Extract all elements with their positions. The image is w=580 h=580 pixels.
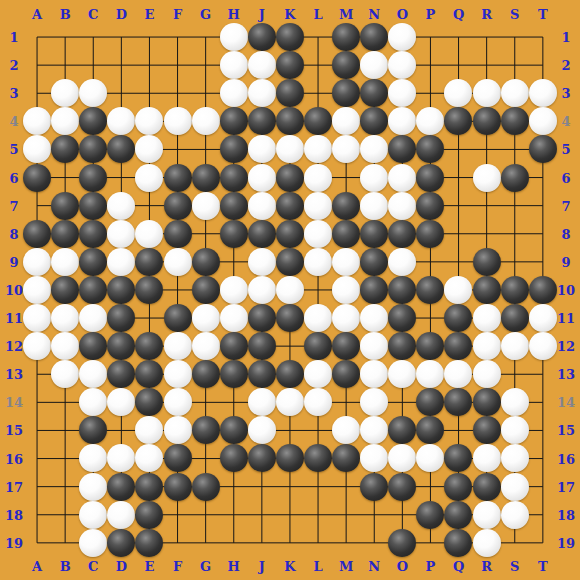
intersection-O11[interactable]: ● <box>388 304 416 332</box>
intersection-G5[interactable] <box>192 135 220 163</box>
intersection-D6[interactable] <box>107 163 135 191</box>
intersection-Q9[interactable] <box>444 248 472 276</box>
intersection-P2[interactable] <box>416 51 444 79</box>
intersection-A3[interactable] <box>23 79 51 107</box>
intersection-L19[interactable] <box>304 529 332 557</box>
intersection-H11[interactable]: ○ <box>220 304 248 332</box>
intersection-A19[interactable] <box>23 529 51 557</box>
intersection-G12[interactable]: ○ <box>192 332 220 360</box>
intersection-Q14[interactable]: ● <box>444 388 472 416</box>
intersection-K13[interactable]: ● <box>276 360 304 388</box>
intersection-T4[interactable]: ○ <box>529 107 557 135</box>
intersection-D1[interactable] <box>107 23 135 51</box>
intersection-F5[interactable] <box>163 135 191 163</box>
intersection-F6[interactable]: ● <box>163 163 191 191</box>
intersection-A10[interactable]: ○ <box>23 276 51 304</box>
intersection-C9[interactable]: ● <box>79 248 107 276</box>
intersection-P9[interactable] <box>416 248 444 276</box>
intersection-T15[interactable] <box>529 416 557 444</box>
intersection-Q16[interactable]: ● <box>444 444 472 472</box>
intersection-J4[interactable]: ● <box>248 107 276 135</box>
intersection-P13[interactable]: ○ <box>416 360 444 388</box>
intersection-L16[interactable]: ● <box>304 444 332 472</box>
intersection-E9[interactable]: ● <box>135 248 163 276</box>
intersection-P6[interactable]: ● <box>416 163 444 191</box>
intersection-G16[interactable] <box>192 444 220 472</box>
intersection-H14[interactable] <box>220 388 248 416</box>
intersection-A14[interactable] <box>23 388 51 416</box>
intersection-E3[interactable] <box>135 79 163 107</box>
intersection-A13[interactable] <box>23 360 51 388</box>
intersection-O13[interactable]: ○ <box>388 360 416 388</box>
intersection-M11[interactable]: ○ <box>332 304 360 332</box>
intersection-D14[interactable]: ○ <box>107 388 135 416</box>
intersection-J17[interactable] <box>248 473 276 501</box>
intersection-F15[interactable]: ○ <box>163 416 191 444</box>
intersection-N3[interactable]: ● <box>360 79 388 107</box>
intersection-J6[interactable]: ○ <box>248 163 276 191</box>
intersection-N14[interactable]: ○ <box>360 388 388 416</box>
intersection-N15[interactable]: ○ <box>360 416 388 444</box>
intersection-S13[interactable] <box>501 360 529 388</box>
intersection-K9[interactable]: ● <box>276 248 304 276</box>
intersection-D4[interactable]: ○ <box>107 107 135 135</box>
intersection-H12[interactable]: ● <box>220 332 248 360</box>
intersection-K14[interactable]: ○ <box>276 388 304 416</box>
intersection-S6[interactable]: ● <box>501 163 529 191</box>
intersection-B10[interactable]: ● <box>51 276 79 304</box>
intersection-H6[interactable]: ● <box>220 163 248 191</box>
intersection-J2[interactable]: ○ <box>248 51 276 79</box>
intersection-C7[interactable]: ● <box>79 192 107 220</box>
intersection-Q8[interactable] <box>444 220 472 248</box>
intersection-A1[interactable] <box>23 23 51 51</box>
intersection-A17[interactable] <box>23 473 51 501</box>
intersection-E10[interactable]: ● <box>135 276 163 304</box>
intersection-B15[interactable] <box>51 416 79 444</box>
intersection-B17[interactable] <box>51 473 79 501</box>
intersection-O18[interactable] <box>388 501 416 529</box>
intersection-R16[interactable]: ○ <box>473 444 501 472</box>
intersection-P11[interactable] <box>416 304 444 332</box>
intersection-G6[interactable]: ● <box>192 163 220 191</box>
intersection-L18[interactable] <box>304 501 332 529</box>
intersection-P16[interactable]: ○ <box>416 444 444 472</box>
intersection-F13[interactable]: ○ <box>163 360 191 388</box>
intersection-L14[interactable]: ○ <box>304 388 332 416</box>
intersection-K18[interactable] <box>276 501 304 529</box>
intersection-M13[interactable]: ● <box>332 360 360 388</box>
intersection-H16[interactable]: ● <box>220 444 248 472</box>
intersection-G8[interactable] <box>192 220 220 248</box>
intersection-Q5[interactable] <box>444 135 472 163</box>
intersection-R2[interactable] <box>473 51 501 79</box>
intersection-E4[interactable]: ○ <box>135 107 163 135</box>
intersection-K4[interactable]: ● <box>276 107 304 135</box>
intersection-D18[interactable]: ○ <box>107 501 135 529</box>
intersection-T14[interactable] <box>529 388 557 416</box>
intersection-D5[interactable]: ● <box>107 135 135 163</box>
intersection-B19[interactable] <box>51 529 79 557</box>
intersection-R13[interactable]: ○ <box>473 360 501 388</box>
intersection-R12[interactable]: ○ <box>473 332 501 360</box>
intersection-A4[interactable]: ○ <box>23 107 51 135</box>
intersection-B8[interactable]: ● <box>51 220 79 248</box>
intersection-O12[interactable]: ● <box>388 332 416 360</box>
intersection-L1[interactable] <box>304 23 332 51</box>
intersection-R14[interactable]: ● <box>473 388 501 416</box>
intersection-S19[interactable] <box>501 529 529 557</box>
intersection-E15[interactable]: ○ <box>135 416 163 444</box>
intersection-C15[interactable]: ● <box>79 416 107 444</box>
intersection-M16[interactable]: ● <box>332 444 360 472</box>
intersection-N13[interactable]: ○ <box>360 360 388 388</box>
intersection-R10[interactable]: ● <box>473 276 501 304</box>
intersection-K7[interactable]: ● <box>276 192 304 220</box>
intersection-D17[interactable]: ● <box>107 473 135 501</box>
intersection-T16[interactable] <box>529 444 557 472</box>
intersection-P3[interactable] <box>416 79 444 107</box>
intersection-E7[interactable] <box>135 192 163 220</box>
intersection-H1[interactable]: ○ <box>220 23 248 51</box>
intersection-H18[interactable] <box>220 501 248 529</box>
intersection-R18[interactable]: ○ <box>473 501 501 529</box>
intersection-K19[interactable] <box>276 529 304 557</box>
intersection-L12[interactable]: ● <box>304 332 332 360</box>
intersection-M12[interactable]: ● <box>332 332 360 360</box>
intersection-S2[interactable] <box>501 51 529 79</box>
intersection-O5[interactable]: ● <box>388 135 416 163</box>
intersection-L13[interactable]: ○ <box>304 360 332 388</box>
intersection-S17[interactable]: ○ <box>501 473 529 501</box>
intersection-E1[interactable] <box>135 23 163 51</box>
intersection-J15[interactable]: ○ <box>248 416 276 444</box>
intersection-C11[interactable]: ○ <box>79 304 107 332</box>
intersection-D9[interactable]: ○ <box>107 248 135 276</box>
intersection-T19[interactable] <box>529 529 557 557</box>
intersection-D19[interactable]: ● <box>107 529 135 557</box>
intersection-M19[interactable] <box>332 529 360 557</box>
intersection-D8[interactable]: ○ <box>107 220 135 248</box>
intersection-N19[interactable] <box>360 529 388 557</box>
intersection-N12[interactable]: ○ <box>360 332 388 360</box>
intersection-P8[interactable]: ● <box>416 220 444 248</box>
intersection-E8[interactable]: ○ <box>135 220 163 248</box>
intersection-N6[interactable]: ○ <box>360 163 388 191</box>
intersection-G14[interactable] <box>192 388 220 416</box>
intersection-P12[interactable]: ● <box>416 332 444 360</box>
intersection-T3[interactable]: ○ <box>529 79 557 107</box>
intersection-P17[interactable] <box>416 473 444 501</box>
intersection-E18[interactable]: ● <box>135 501 163 529</box>
intersection-D3[interactable] <box>107 79 135 107</box>
intersection-O1[interactable]: ○ <box>388 23 416 51</box>
intersection-D10[interactable]: ● <box>107 276 135 304</box>
intersection-E2[interactable] <box>135 51 163 79</box>
intersection-G10[interactable]: ● <box>192 276 220 304</box>
intersection-T17[interactable] <box>529 473 557 501</box>
intersection-K11[interactable]: ● <box>276 304 304 332</box>
intersection-S18[interactable]: ○ <box>501 501 529 529</box>
intersection-J14[interactable]: ○ <box>248 388 276 416</box>
intersection-Q4[interactable]: ● <box>444 107 472 135</box>
intersection-S4[interactable]: ● <box>501 107 529 135</box>
intersection-D2[interactable] <box>107 51 135 79</box>
intersection-K12[interactable] <box>276 332 304 360</box>
intersection-H19[interactable] <box>220 529 248 557</box>
intersection-G19[interactable] <box>192 529 220 557</box>
intersection-B16[interactable] <box>51 444 79 472</box>
intersection-F19[interactable] <box>163 529 191 557</box>
intersection-B1[interactable] <box>51 23 79 51</box>
intersection-E19[interactable]: ● <box>135 529 163 557</box>
intersection-D11[interactable]: ● <box>107 304 135 332</box>
intersection-E11[interactable] <box>135 304 163 332</box>
intersection-H10[interactable]: ○ <box>220 276 248 304</box>
intersection-H9[interactable] <box>220 248 248 276</box>
intersection-P1[interactable] <box>416 23 444 51</box>
intersection-J7[interactable]: ○ <box>248 192 276 220</box>
intersection-F14[interactable]: ○ <box>163 388 191 416</box>
intersection-E13[interactable]: ● <box>135 360 163 388</box>
intersection-M9[interactable]: ○ <box>332 248 360 276</box>
intersection-B6[interactable] <box>51 163 79 191</box>
intersection-N1[interactable]: ● <box>360 23 388 51</box>
intersection-J16[interactable]: ● <box>248 444 276 472</box>
intersection-R5[interactable] <box>473 135 501 163</box>
intersection-A16[interactable] <box>23 444 51 472</box>
intersection-Q6[interactable] <box>444 163 472 191</box>
intersection-M10[interactable]: ○ <box>332 276 360 304</box>
intersection-O6[interactable]: ○ <box>388 163 416 191</box>
intersection-T13[interactable] <box>529 360 557 388</box>
intersection-T10[interactable]: ● <box>529 276 557 304</box>
intersection-T5[interactable]: ● <box>529 135 557 163</box>
intersection-Q1[interactable] <box>444 23 472 51</box>
intersection-T7[interactable] <box>529 192 557 220</box>
intersection-J18[interactable] <box>248 501 276 529</box>
intersection-O14[interactable] <box>388 388 416 416</box>
intersection-Q15[interactable] <box>444 416 472 444</box>
intersection-A12[interactable]: ○ <box>23 332 51 360</box>
intersection-O2[interactable]: ○ <box>388 51 416 79</box>
intersection-O9[interactable]: ○ <box>388 248 416 276</box>
intersection-S12[interactable]: ○ <box>501 332 529 360</box>
intersection-B11[interactable]: ○ <box>51 304 79 332</box>
intersection-F16[interactable]: ● <box>163 444 191 472</box>
intersection-S14[interactable]: ○ <box>501 388 529 416</box>
intersection-S1[interactable] <box>501 23 529 51</box>
intersection-R9[interactable]: ● <box>473 248 501 276</box>
intersection-K17[interactable] <box>276 473 304 501</box>
intersection-M2[interactable]: ● <box>332 51 360 79</box>
intersection-K1[interactable]: ● <box>276 23 304 51</box>
intersection-M18[interactable] <box>332 501 360 529</box>
intersection-F11[interactable]: ● <box>163 304 191 332</box>
intersection-H13[interactable]: ● <box>220 360 248 388</box>
intersection-T1[interactable] <box>529 23 557 51</box>
intersection-O15[interactable]: ● <box>388 416 416 444</box>
intersection-M6[interactable] <box>332 163 360 191</box>
intersection-G17[interactable]: ● <box>192 473 220 501</box>
intersection-C5[interactable]: ● <box>79 135 107 163</box>
intersection-O8[interactable]: ● <box>388 220 416 248</box>
intersection-H17[interactable] <box>220 473 248 501</box>
intersection-L3[interactable] <box>304 79 332 107</box>
intersection-G18[interactable] <box>192 501 220 529</box>
intersection-J1[interactable]: ● <box>248 23 276 51</box>
intersection-A2[interactable] <box>23 51 51 79</box>
intersection-J19[interactable] <box>248 529 276 557</box>
intersection-E16[interactable]: ○ <box>135 444 163 472</box>
intersection-C14[interactable]: ○ <box>79 388 107 416</box>
intersection-N17[interactable]: ● <box>360 473 388 501</box>
intersection-N16[interactable]: ○ <box>360 444 388 472</box>
intersection-L2[interactable] <box>304 51 332 79</box>
intersection-Q2[interactable] <box>444 51 472 79</box>
intersection-C16[interactable]: ○ <box>79 444 107 472</box>
intersection-G2[interactable] <box>192 51 220 79</box>
intersection-M5[interactable]: ○ <box>332 135 360 163</box>
intersection-N18[interactable] <box>360 501 388 529</box>
intersection-S10[interactable]: ● <box>501 276 529 304</box>
intersection-N5[interactable]: ○ <box>360 135 388 163</box>
intersection-K15[interactable] <box>276 416 304 444</box>
intersection-F12[interactable]: ○ <box>163 332 191 360</box>
intersection-B9[interactable]: ○ <box>51 248 79 276</box>
intersection-S16[interactable]: ○ <box>501 444 529 472</box>
intersection-O4[interactable]: ○ <box>388 107 416 135</box>
intersection-E5[interactable]: ○ <box>135 135 163 163</box>
intersection-F8[interactable]: ● <box>163 220 191 248</box>
intersection-L11[interactable]: ○ <box>304 304 332 332</box>
intersection-E6[interactable]: ○ <box>135 163 163 191</box>
intersection-H2[interactable]: ○ <box>220 51 248 79</box>
intersection-G3[interactable] <box>192 79 220 107</box>
intersection-G11[interactable]: ○ <box>192 304 220 332</box>
intersection-J3[interactable]: ○ <box>248 79 276 107</box>
intersection-C8[interactable]: ● <box>79 220 107 248</box>
intersection-Q11[interactable]: ● <box>444 304 472 332</box>
intersection-R3[interactable]: ○ <box>473 79 501 107</box>
intersection-L8[interactable]: ○ <box>304 220 332 248</box>
intersection-B5[interactable]: ● <box>51 135 79 163</box>
intersection-K10[interactable]: ○ <box>276 276 304 304</box>
intersection-R4[interactable]: ● <box>473 107 501 135</box>
intersection-J13[interactable]: ● <box>248 360 276 388</box>
intersection-A5[interactable]: ○ <box>23 135 51 163</box>
intersection-L17[interactable] <box>304 473 332 501</box>
intersection-T6[interactable] <box>529 163 557 191</box>
intersection-N11[interactable]: ○ <box>360 304 388 332</box>
intersection-D13[interactable]: ● <box>107 360 135 388</box>
intersection-H15[interactable]: ● <box>220 416 248 444</box>
intersection-H8[interactable]: ● <box>220 220 248 248</box>
intersection-C13[interactable]: ○ <box>79 360 107 388</box>
intersection-G4[interactable]: ○ <box>192 107 220 135</box>
intersection-N7[interactable]: ○ <box>360 192 388 220</box>
intersection-D7[interactable]: ○ <box>107 192 135 220</box>
intersection-N8[interactable]: ● <box>360 220 388 248</box>
intersection-Q19[interactable]: ● <box>444 529 472 557</box>
intersection-B4[interactable]: ○ <box>51 107 79 135</box>
intersection-L10[interactable] <box>304 276 332 304</box>
intersection-H7[interactable]: ● <box>220 192 248 220</box>
intersection-L4[interactable]: ● <box>304 107 332 135</box>
intersection-Q13[interactable]: ○ <box>444 360 472 388</box>
intersection-A11[interactable]: ○ <box>23 304 51 332</box>
intersection-C18[interactable]: ○ <box>79 501 107 529</box>
intersection-A8[interactable]: ● <box>23 220 51 248</box>
intersection-T2[interactable] <box>529 51 557 79</box>
intersection-L9[interactable]: ○ <box>304 248 332 276</box>
intersection-N9[interactable]: ● <box>360 248 388 276</box>
intersection-D12[interactable]: ● <box>107 332 135 360</box>
intersection-H3[interactable]: ○ <box>220 79 248 107</box>
intersection-S11[interactable]: ● <box>501 304 529 332</box>
intersection-Q12[interactable]: ● <box>444 332 472 360</box>
intersection-B13[interactable]: ○ <box>51 360 79 388</box>
intersection-K8[interactable]: ● <box>276 220 304 248</box>
intersection-S9[interactable] <box>501 248 529 276</box>
intersection-O3[interactable]: ○ <box>388 79 416 107</box>
intersection-K2[interactable]: ● <box>276 51 304 79</box>
intersection-S3[interactable]: ○ <box>501 79 529 107</box>
intersection-J11[interactable]: ● <box>248 304 276 332</box>
intersection-C4[interactable]: ● <box>79 107 107 135</box>
intersection-Q10[interactable]: ○ <box>444 276 472 304</box>
intersection-E14[interactable]: ● <box>135 388 163 416</box>
intersection-P4[interactable]: ○ <box>416 107 444 135</box>
intersection-M1[interactable]: ● <box>332 23 360 51</box>
intersection-F10[interactable] <box>163 276 191 304</box>
intersection-C10[interactable]: ● <box>79 276 107 304</box>
intersection-B12[interactable]: ○ <box>51 332 79 360</box>
intersection-T12[interactable]: ○ <box>529 332 557 360</box>
intersection-F9[interactable]: ○ <box>163 248 191 276</box>
intersection-R1[interactable] <box>473 23 501 51</box>
intersection-M14[interactable] <box>332 388 360 416</box>
intersection-M3[interactable]: ● <box>332 79 360 107</box>
intersection-L7[interactable]: ○ <box>304 192 332 220</box>
intersection-R11[interactable]: ○ <box>473 304 501 332</box>
intersection-O10[interactable]: ● <box>388 276 416 304</box>
intersection-K16[interactable]: ● <box>276 444 304 472</box>
intersection-N2[interactable]: ○ <box>360 51 388 79</box>
intersection-L5[interactable]: ○ <box>304 135 332 163</box>
intersection-A18[interactable] <box>23 501 51 529</box>
intersection-F3[interactable] <box>163 79 191 107</box>
intersection-P7[interactable]: ● <box>416 192 444 220</box>
intersection-R19[interactable]: ○ <box>473 529 501 557</box>
intersection-T8[interactable] <box>529 220 557 248</box>
intersection-Q17[interactable]: ● <box>444 473 472 501</box>
intersection-N4[interactable]: ● <box>360 107 388 135</box>
intersection-K6[interactable]: ● <box>276 163 304 191</box>
intersection-D15[interactable] <box>107 416 135 444</box>
intersection-P18[interactable]: ● <box>416 501 444 529</box>
intersection-A7[interactable] <box>23 192 51 220</box>
intersection-O17[interactable]: ● <box>388 473 416 501</box>
intersection-O16[interactable]: ○ <box>388 444 416 472</box>
intersection-K5[interactable]: ○ <box>276 135 304 163</box>
intersection-P19[interactable] <box>416 529 444 557</box>
intersection-P10[interactable]: ● <box>416 276 444 304</box>
intersection-A9[interactable]: ○ <box>23 248 51 276</box>
intersection-O19[interactable]: ● <box>388 529 416 557</box>
intersection-O7[interactable]: ○ <box>388 192 416 220</box>
intersection-G1[interactable] <box>192 23 220 51</box>
